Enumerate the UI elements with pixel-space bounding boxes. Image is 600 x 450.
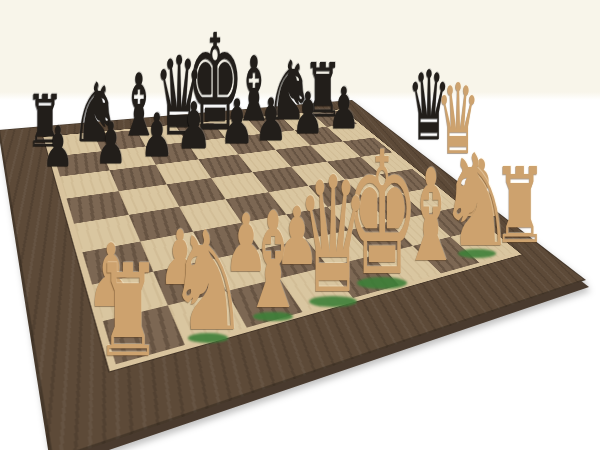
white-rook-a1[interactable]: ♜ [95,248,161,375]
white-knight-b1[interactable]: ♞ [167,213,248,350]
photo-background: ♜♞♝♛♚♝♞♜♟♟♟♟♟♟♟♟♛♛♟♜♟♞♟♝♟♛♚♝♟♞♜ [0,0,600,450]
black-pawn-c7[interactable]: ♟ [140,105,173,165]
black-pawn-e7[interactable]: ♟ [220,92,254,153]
black-pawn-b7[interactable]: ♟ [95,115,127,172]
black-pawn-a7[interactable]: ♟ [43,119,74,175]
white-queen-d1[interactable]: ♛ [297,156,369,316]
black-pawn-g7[interactable]: ♟ [292,85,324,142]
black-pawn-f7[interactable]: ♟ [255,91,288,150]
white-bishop-c1[interactable]: ♝ [242,195,304,328]
black-pawn-d7[interactable]: ♟ [176,94,212,158]
